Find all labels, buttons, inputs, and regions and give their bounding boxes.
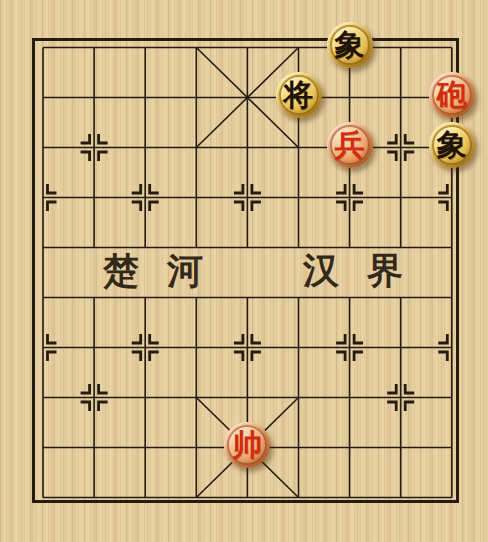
piece-red-soldier[interactable]: 兵 <box>327 122 373 168</box>
piece-red-general[interactable]: 帅 <box>224 422 270 468</box>
xiangqi-board: 楚 河 汉 界 象将砲兵象帅 <box>0 0 488 542</box>
piece-character: 帅 <box>232 430 262 460</box>
piece-red-cannon[interactable]: 砲 <box>429 72 475 118</box>
piece-character: 兵 <box>335 130 365 160</box>
pieces-layer: 象将砲兵象帅 <box>0 0 488 542</box>
piece-character: 将 <box>284 80 314 110</box>
piece-character: 砲 <box>437 80 467 110</box>
piece-black-general[interactable]: 将 <box>276 72 322 118</box>
piece-black-elephant-b[interactable]: 象 <box>429 122 475 168</box>
piece-black-elephant-a[interactable]: 象 <box>327 22 373 68</box>
piece-character: 象 <box>437 130 467 160</box>
piece-character: 象 <box>335 30 365 60</box>
